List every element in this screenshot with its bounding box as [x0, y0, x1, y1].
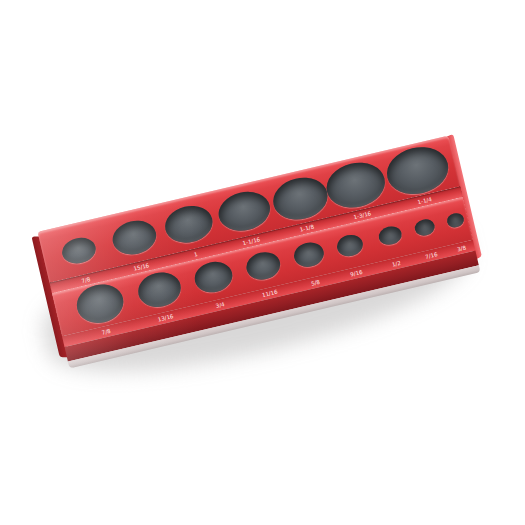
socket-hole-3/4	[192, 258, 236, 296]
socket-hole-5/8	[292, 240, 327, 270]
socket-hole-1/2	[376, 224, 403, 247]
socket-hole-13/16	[134, 268, 184, 311]
socket-hole-1-1/8	[268, 172, 331, 224]
socket-hole-1	[161, 201, 216, 247]
socket-hole-15/16	[109, 216, 159, 258]
size-label-1: 1	[193, 249, 199, 260]
socket-hole-9/16	[335, 232, 365, 258]
socket-hole-3/8	[445, 212, 465, 230]
socket-hole-7/16	[413, 217, 436, 237]
product-photo-stage: 7/815/1611-1/161-1/81-3/161-1/4 7/813/16…	[0, 0, 525, 525]
socket-hole-11/16	[244, 248, 283, 282]
socket-hole-7/8	[72, 280, 126, 328]
socket-hole-1-1/16	[215, 187, 274, 236]
socket-hole-7/8	[59, 234, 98, 266]
